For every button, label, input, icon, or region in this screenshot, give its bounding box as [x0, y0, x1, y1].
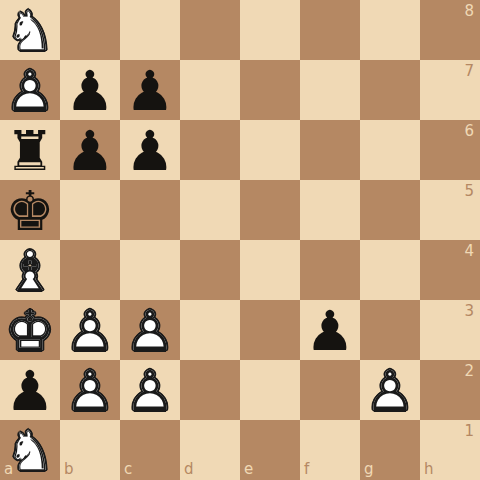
black-king-icon: ♚ — [0, 180, 60, 240]
square-d1[interactable]: d — [180, 420, 240, 480]
white-bishop-icon: ♝ — [0, 240, 60, 300]
square-f3[interactable]: ♟ — [300, 300, 360, 360]
square-a7[interactable]: ♟♙ — [0, 60, 60, 120]
white-knight-outline-icon: ♘ — [0, 420, 60, 480]
black-pawn-icon: ♟ — [120, 60, 180, 120]
piece-white-pawn[interactable]: ♟♙ — [120, 360, 180, 420]
square-d8[interactable] — [180, 0, 240, 60]
white-pawn-outline-icon: ♙ — [360, 360, 420, 420]
black-pawn-icon: ♟ — [120, 120, 180, 180]
square-e7[interactable] — [240, 60, 300, 120]
square-e3[interactable] — [240, 300, 300, 360]
white-pawn-outline-icon: ♙ — [120, 360, 180, 420]
rank-label-5: 5 — [464, 184, 474, 199]
white-pawn-icon: ♟ — [120, 300, 180, 360]
square-f1[interactable]: f — [300, 420, 360, 480]
white-knight-icon: ♞ — [0, 0, 60, 60]
square-h1[interactable]: 1h — [420, 420, 480, 480]
black-pawn-icon: ♟ — [300, 300, 360, 360]
square-g7[interactable] — [360, 60, 420, 120]
white-pawn-outline-icon: ♙ — [60, 300, 120, 360]
white-pawn-icon: ♟ — [120, 360, 180, 420]
rank-label-3: 3 — [464, 304, 474, 319]
square-h7[interactable]: 7 — [420, 60, 480, 120]
square-g6[interactable] — [360, 120, 420, 180]
white-pawn-outline-icon: ♙ — [120, 300, 180, 360]
square-h3[interactable]: 3 — [420, 300, 480, 360]
file-label-g: g — [364, 462, 374, 477]
square-c6[interactable]: ♟ — [120, 120, 180, 180]
square-a3[interactable]: ♚♔ — [0, 300, 60, 360]
piece-black-pawn[interactable]: ♟ — [0, 360, 60, 420]
square-c1[interactable]: c — [120, 420, 180, 480]
piece-white-pawn[interactable]: ♟♙ — [0, 60, 60, 120]
square-c4[interactable] — [120, 240, 180, 300]
white-pawn-outline-icon: ♙ — [0, 60, 60, 120]
square-b1[interactable]: b — [60, 420, 120, 480]
square-d7[interactable] — [180, 60, 240, 120]
square-d6[interactable] — [180, 120, 240, 180]
rank-label-1: 1 — [464, 424, 474, 439]
square-h4[interactable]: 4 — [420, 240, 480, 300]
square-e5[interactable] — [240, 180, 300, 240]
rank-label-2: 2 — [464, 364, 474, 379]
square-b7[interactable]: ♟ — [60, 60, 120, 120]
square-f2[interactable] — [300, 360, 360, 420]
white-pawn-icon: ♟ — [360, 360, 420, 420]
square-g4[interactable] — [360, 240, 420, 300]
file-label-c: c — [124, 462, 132, 477]
square-d3[interactable] — [180, 300, 240, 360]
square-g5[interactable] — [360, 180, 420, 240]
piece-white-pawn[interactable]: ♟♙ — [60, 300, 120, 360]
white-bishop-outline-icon: ♗ — [0, 240, 60, 300]
square-d2[interactable] — [180, 360, 240, 420]
square-h6[interactable]: 6 — [420, 120, 480, 180]
file-label-e: e — [244, 462, 253, 477]
square-b4[interactable] — [60, 240, 120, 300]
white-pawn-outline-icon: ♙ — [60, 360, 120, 420]
piece-white-knight[interactable]: ♞♘ — [0, 420, 60, 480]
white-knight-outline-icon: ♘ — [0, 0, 60, 60]
square-b8[interactable] — [60, 0, 120, 60]
piece-white-knight[interactable]: ♞♘ — [0, 0, 60, 60]
piece-black-rook[interactable]: ♜ — [0, 120, 60, 180]
square-g1[interactable]: g — [360, 420, 420, 480]
rank-label-4: 4 — [464, 244, 474, 259]
square-a5[interactable]: ♚ — [0, 180, 60, 240]
piece-black-pawn[interactable]: ♟ — [300, 300, 360, 360]
square-d5[interactable] — [180, 180, 240, 240]
piece-white-bishop[interactable]: ♝♗ — [0, 240, 60, 300]
square-f6[interactable] — [300, 120, 360, 180]
square-d4[interactable] — [180, 240, 240, 300]
black-rook-icon: ♜ — [0, 120, 60, 180]
piece-white-king[interactable]: ♚♔ — [0, 300, 60, 360]
square-e6[interactable] — [240, 120, 300, 180]
square-a8[interactable]: ♞♘ — [0, 0, 60, 60]
file-label-b: b — [64, 462, 74, 477]
white-pawn-icon: ♟ — [0, 60, 60, 120]
black-pawn-icon: ♟ — [0, 360, 60, 420]
piece-black-king[interactable]: ♚ — [0, 180, 60, 240]
white-king-outline-icon: ♔ — [0, 300, 60, 360]
square-e8[interactable] — [240, 0, 300, 60]
piece-black-pawn[interactable]: ♟ — [60, 60, 120, 120]
square-h8[interactable]: 8 — [420, 0, 480, 60]
chess-board: ♞♘8♟♙♟♟7♜♟♟6♚5♝♗4♚♔♟♙♟♙♟3♟♟♙♟♙♟♙2a♞♘bcde… — [0, 0, 480, 480]
square-b2[interactable]: ♟♙ — [60, 360, 120, 420]
square-a1[interactable]: a♞♘ — [0, 420, 60, 480]
file-label-d: d — [184, 462, 194, 477]
square-e4[interactable] — [240, 240, 300, 300]
piece-black-pawn[interactable]: ♟ — [120, 60, 180, 120]
piece-white-pawn[interactable]: ♟♙ — [120, 300, 180, 360]
square-g3[interactable] — [360, 300, 420, 360]
rank-label-7: 7 — [464, 64, 474, 79]
square-h2[interactable]: 2 — [420, 360, 480, 420]
piece-black-pawn[interactable]: ♟ — [120, 120, 180, 180]
square-c8[interactable] — [120, 0, 180, 60]
file-label-h: h — [424, 462, 434, 477]
square-f5[interactable] — [300, 180, 360, 240]
square-c7[interactable]: ♟ — [120, 60, 180, 120]
white-pawn-icon: ♟ — [60, 360, 120, 420]
square-c5[interactable] — [120, 180, 180, 240]
file-label-f: f — [304, 462, 309, 477]
square-f8[interactable] — [300, 0, 360, 60]
square-c3[interactable]: ♟♙ — [120, 300, 180, 360]
square-b5[interactable] — [60, 180, 120, 240]
square-b6[interactable]: ♟ — [60, 120, 120, 180]
piece-black-pawn[interactable]: ♟ — [60, 120, 120, 180]
white-king-icon: ♚ — [0, 300, 60, 360]
square-c2[interactable]: ♟♙ — [120, 360, 180, 420]
square-a6[interactable]: ♜ — [0, 120, 60, 180]
black-pawn-icon: ♟ — [60, 60, 120, 120]
square-b3[interactable]: ♟♙ — [60, 300, 120, 360]
square-f4[interactable] — [300, 240, 360, 300]
square-a2[interactable]: ♟ — [0, 360, 60, 420]
rank-label-8: 8 — [464, 4, 474, 19]
square-e1[interactable]: e — [240, 420, 300, 480]
square-a4[interactable]: ♝♗ — [0, 240, 60, 300]
piece-white-pawn[interactable]: ♟♙ — [60, 360, 120, 420]
square-g2[interactable]: ♟♙ — [360, 360, 420, 420]
piece-white-pawn[interactable]: ♟♙ — [360, 360, 420, 420]
square-e2[interactable] — [240, 360, 300, 420]
square-g8[interactable] — [360, 0, 420, 60]
black-pawn-icon: ♟ — [60, 120, 120, 180]
rank-label-6: 6 — [464, 124, 474, 139]
white-knight-icon: ♞ — [0, 420, 60, 480]
square-h5[interactable]: 5 — [420, 180, 480, 240]
square-f7[interactable] — [300, 60, 360, 120]
white-pawn-icon: ♟ — [60, 300, 120, 360]
